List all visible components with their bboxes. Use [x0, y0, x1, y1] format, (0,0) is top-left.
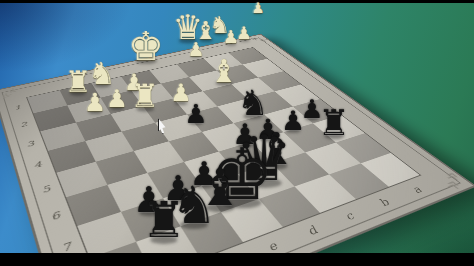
rank-label-2: 2 [14, 119, 34, 130]
piece-white-p-a2[interactable]: ♟ [252, 1, 265, 15]
rank-label-6: 6 [43, 208, 69, 225]
corner-ornament-0: «« [0, 86, 23, 99]
rank-label-1: 1 [8, 103, 27, 113]
letterbox-bottom [0, 253, 474, 266]
piece-black-r-a8[interactable]: ♜ [318, 105, 350, 141]
piece-white-k-e1[interactable]: ♚ [128, 26, 164, 66]
piece-white-p-g2[interactable]: ♟ [106, 87, 128, 111]
piece-white-r-f3[interactable]: ♜ [131, 81, 160, 113]
piece-white-p-c2[interactable]: ♟ [223, 29, 239, 47]
piece-white-p-d2[interactable]: ♟ [187, 40, 204, 59]
piece-white-b-c4[interactable]: ♝ [210, 56, 238, 88]
rank-label-5: 5 [34, 182, 58, 197]
piece-black-r-h8[interactable]: ♜ [142, 196, 187, 246]
game-viewport: «««««««« 12345678hgfedcba ♟♞♝♟♛♟♟♚♝♞♟♜♟♟… [0, 0, 474, 266]
piece-white-p-h2[interactable]: ♟ [84, 91, 106, 116]
piece-black-p-e5[interactable]: ♟ [184, 101, 207, 127]
rank-label-4: 4 [26, 159, 49, 172]
rank-label-3: 3 [20, 138, 42, 150]
corner-ornament-3: «« [441, 170, 467, 192]
letterbox-top [0, 0, 474, 3]
